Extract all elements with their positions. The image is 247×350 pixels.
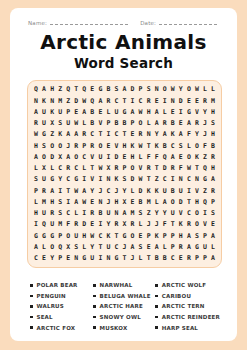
grid-cell-r9c13[interactable]: D bbox=[129, 174, 137, 185]
grid-cell-r13c13[interactable]: R bbox=[129, 219, 137, 230]
grid-cell-r2c15[interactable]: R bbox=[145, 95, 153, 106]
grid-cell-r10c9[interactable]: J bbox=[96, 185, 104, 196]
grid-cell-r15c15[interactable]: E bbox=[145, 242, 153, 253]
grid-cell-r15c20[interactable]: A bbox=[185, 242, 193, 253]
grid-cell-r3c19[interactable]: I bbox=[177, 107, 185, 118]
grid-cell-r2c8[interactable]: Q bbox=[88, 95, 96, 106]
grid-cell-r4c21[interactable]: R bbox=[193, 118, 201, 129]
grid-cell-r14c20[interactable]: A bbox=[185, 230, 193, 241]
grid-cell-r6c3[interactable]: O bbox=[48, 140, 56, 151]
grid-cell-r1c20[interactable]: O bbox=[185, 84, 193, 95]
grid-cell-r7c5[interactable]: A bbox=[64, 152, 72, 163]
grid-cell-r4c17[interactable]: R bbox=[161, 118, 169, 129]
grid-cell-r7c18[interactable]: A bbox=[169, 152, 177, 163]
grid-cell-r16c14[interactable]: L bbox=[137, 253, 145, 264]
grid-cell-r3c21[interactable]: V bbox=[193, 107, 201, 118]
grid-cell-r9c20[interactable]: C bbox=[185, 174, 193, 185]
grid-cell-r4c18[interactable]: B bbox=[169, 118, 177, 129]
grid-cell-r9c17[interactable]: C bbox=[161, 174, 169, 185]
grid-cell-r5c21[interactable]: Y bbox=[193, 129, 201, 140]
grid-cell-r3c3[interactable]: K bbox=[48, 107, 56, 118]
grid-cell-r2c11[interactable]: C bbox=[112, 95, 120, 106]
grid-cell-r10c2[interactable]: R bbox=[40, 185, 48, 196]
grid-cell-r10c13[interactable]: L bbox=[129, 185, 137, 196]
grid-cell-r12c7[interactable]: I bbox=[80, 208, 88, 219]
grid-cell-r15c10[interactable]: U bbox=[104, 242, 112, 253]
grid-cell-r7c6[interactable]: O bbox=[72, 152, 80, 163]
grid-cell-r11c17[interactable]: A bbox=[161, 197, 169, 208]
grid-cell-r15c17[interactable]: L bbox=[161, 242, 169, 253]
grid-cell-r6c18[interactable]: C bbox=[169, 140, 177, 151]
grid-cell-r6c11[interactable]: V bbox=[112, 140, 120, 151]
grid-cell-r5c4[interactable]: K bbox=[56, 129, 64, 140]
grid-cell-r12c11[interactable]: N bbox=[112, 208, 120, 219]
grid-cell-r15c3[interactable]: O bbox=[48, 242, 56, 253]
grid-cell-r15c9[interactable]: T bbox=[96, 242, 104, 253]
grid-cell-r7c13[interactable]: H bbox=[129, 152, 137, 163]
grid-cell-r7c1[interactable]: A bbox=[32, 152, 40, 163]
grid-cell-r5c8[interactable]: C bbox=[88, 129, 96, 140]
grid-cell-r6c13[interactable]: K bbox=[129, 140, 137, 151]
grid-cell-r10c7[interactable]: A bbox=[80, 185, 88, 196]
grid-cell-r16c4[interactable]: P bbox=[56, 253, 64, 264]
grid-cell-r14c5[interactable]: O bbox=[64, 230, 72, 241]
grid-cell-r3c7[interactable]: A bbox=[80, 107, 88, 118]
grid-cell-r11c8[interactable]: E bbox=[88, 197, 96, 208]
grid-cell-r4c1[interactable]: R bbox=[32, 118, 40, 129]
grid-cell-r9c1[interactable]: S bbox=[32, 174, 40, 185]
grid-cell-r5c17[interactable]: A bbox=[161, 129, 169, 140]
grid-cell-r6c7[interactable]: P bbox=[80, 140, 88, 151]
grid-cell-r12c9[interactable]: B bbox=[96, 208, 104, 219]
grid-cell-r1c9[interactable]: G bbox=[96, 84, 104, 95]
grid-cell-r5c16[interactable]: Y bbox=[153, 129, 161, 140]
grid-cell-r3c23[interactable]: H bbox=[209, 107, 217, 118]
grid-cell-r5c19[interactable]: A bbox=[177, 129, 185, 140]
grid-cell-r11c18[interactable]: O bbox=[169, 197, 177, 208]
grid-cell-r14c9[interactable]: C bbox=[96, 230, 104, 241]
grid-cell-r1c8[interactable]: E bbox=[88, 84, 96, 95]
grid-cell-r10c5[interactable]: T bbox=[64, 185, 72, 196]
grid-cell-r6c4[interactable]: O bbox=[56, 140, 64, 151]
grid-cell-r15c8[interactable]: Y bbox=[88, 242, 96, 253]
grid-cell-r16c18[interactable]: C bbox=[169, 253, 177, 264]
grid-cell-r2c16[interactable]: E bbox=[153, 95, 161, 106]
grid-cell-r10c18[interactable]: B bbox=[169, 185, 177, 196]
grid-cell-r6c14[interactable]: W bbox=[137, 140, 145, 151]
grid-cell-r11c15[interactable]: M bbox=[145, 197, 153, 208]
grid-cell-r13c10[interactable]: Y bbox=[104, 219, 112, 230]
grid-cell-r13c9[interactable]: I bbox=[96, 219, 104, 230]
grid-cell-r14c12[interactable]: G bbox=[120, 230, 128, 241]
grid-cell-r1c19[interactable]: Y bbox=[177, 84, 185, 95]
grid-cell-r5c1[interactable]: W bbox=[32, 129, 40, 140]
grid-cell-r2c22[interactable]: R bbox=[201, 95, 209, 106]
grid-cell-r12c2[interactable]: U bbox=[40, 208, 48, 219]
grid-cell-r12c23[interactable]: S bbox=[209, 208, 217, 219]
grid-cell-r9c9[interactable]: I bbox=[96, 174, 104, 185]
grid-cell-r8c20[interactable]: W bbox=[185, 163, 193, 174]
grid-cell-r1c5[interactable]: Q bbox=[64, 84, 72, 95]
grid-cell-r16c2[interactable]: E bbox=[40, 253, 48, 264]
grid-cell-r10c17[interactable]: U bbox=[161, 185, 169, 196]
grid-cell-r14c19[interactable]: H bbox=[177, 230, 185, 241]
grid-cell-r13c18[interactable]: T bbox=[169, 219, 177, 230]
grid-cell-r13c5[interactable]: F bbox=[64, 219, 72, 230]
grid-cell-r14c10[interactable]: K bbox=[104, 230, 112, 241]
grid-cell-r2c4[interactable]: M bbox=[56, 95, 64, 106]
grid-cell-r4c20[interactable]: A bbox=[185, 118, 193, 129]
grid-cell-r3c4[interactable]: U bbox=[56, 107, 64, 118]
grid-cell-r10c20[interactable]: I bbox=[185, 185, 193, 196]
grid-cell-r3c5[interactable]: P bbox=[64, 107, 72, 118]
grid-cell-r8c4[interactable]: C bbox=[56, 163, 64, 174]
grid-cell-r13c14[interactable]: L bbox=[137, 219, 145, 230]
grid-cell-r16c3[interactable]: Y bbox=[48, 253, 56, 264]
grid-cell-r16c22[interactable]: P bbox=[201, 253, 209, 264]
grid-cell-r14c22[interactable]: P bbox=[201, 230, 209, 241]
grid-cell-r10c6[interactable]: W bbox=[72, 185, 80, 196]
grid-cell-r9c5[interactable]: C bbox=[64, 174, 72, 185]
grid-cell-r12c4[interactable]: S bbox=[56, 208, 64, 219]
grid-cell-r15c13[interactable]: A bbox=[129, 242, 137, 253]
grid-cell-r14c18[interactable]: P bbox=[169, 230, 177, 241]
grid-cell-r6c22[interactable]: F bbox=[201, 140, 209, 151]
grid-cell-r15c1[interactable]: A bbox=[32, 242, 40, 253]
grid-cell-r4c19[interactable]: E bbox=[177, 118, 185, 129]
grid-cell-r16c5[interactable]: E bbox=[64, 253, 72, 264]
grid-cell-r5c11[interactable]: C bbox=[112, 129, 120, 140]
grid-cell-r16c21[interactable]: P bbox=[193, 253, 201, 264]
grid-cell-r14c7[interactable]: H bbox=[80, 230, 88, 241]
grid-cell-r10c19[interactable]: U bbox=[177, 185, 185, 196]
grid-cell-r16c11[interactable]: G bbox=[112, 253, 120, 264]
grid-cell-r15c4[interactable]: Q bbox=[56, 242, 64, 253]
grid-cell-r6c5[interactable]: J bbox=[64, 140, 72, 151]
grid-cell-r3c12[interactable]: G bbox=[120, 107, 128, 118]
grid-cell-r5c10[interactable]: I bbox=[104, 129, 112, 140]
grid-cell-r4c11[interactable]: B bbox=[112, 118, 120, 129]
grid-cell-r10c12[interactable]: Y bbox=[120, 185, 128, 196]
grid-cell-r3c16[interactable]: A bbox=[153, 107, 161, 118]
grid-cell-r4c23[interactable]: S bbox=[209, 118, 217, 129]
grid-cell-r12c10[interactable]: U bbox=[104, 208, 112, 219]
grid-cell-r4c4[interactable]: S bbox=[56, 118, 64, 129]
grid-cell-r13c3[interactable]: U bbox=[48, 219, 56, 230]
grid-cell-r10c21[interactable]: V bbox=[193, 185, 201, 196]
grid-cell-r5c5[interactable]: A bbox=[64, 129, 72, 140]
grid-cell-r1c6[interactable]: T bbox=[72, 84, 80, 95]
grid-cell-r9c22[interactable]: G bbox=[201, 174, 209, 185]
grid-cell-r14c3[interactable]: G bbox=[48, 230, 56, 241]
grid-cell-r10c3[interactable]: A bbox=[48, 185, 56, 196]
grid-cell-r8c19[interactable]: F bbox=[177, 163, 185, 174]
grid-cell-r6c21[interactable]: O bbox=[193, 140, 201, 151]
grid-cell-r8c5[interactable]: R bbox=[64, 163, 72, 174]
grid-cell-r14c6[interactable]: U bbox=[72, 230, 80, 241]
grid-cell-r8c8[interactable]: T bbox=[88, 163, 96, 174]
grid-cell-r16c6[interactable]: N bbox=[72, 253, 80, 264]
grid-cell-r3c6[interactable]: E bbox=[72, 107, 80, 118]
grid-cell-r7c15[interactable]: F bbox=[145, 152, 153, 163]
grid-cell-r2c9[interactable]: A bbox=[96, 95, 104, 106]
grid-cell-r16c10[interactable]: N bbox=[104, 253, 112, 264]
grid-cell-r2c17[interactable]: I bbox=[161, 95, 169, 106]
grid-cell-r12c14[interactable]: S bbox=[137, 208, 145, 219]
grid-cell-r14c8[interactable]: W bbox=[88, 230, 96, 241]
grid-cell-r6c19[interactable]: S bbox=[177, 140, 185, 151]
grid-cell-r10c14[interactable]: D bbox=[137, 185, 145, 196]
grid-cell-r4c15[interactable]: L bbox=[145, 118, 153, 129]
grid-cell-r15c7[interactable]: L bbox=[80, 242, 88, 253]
grid-cell-r7c11[interactable]: D bbox=[112, 152, 120, 163]
grid-cell-r2c14[interactable]: C bbox=[137, 95, 145, 106]
grid-cell-r7c20[interactable]: O bbox=[185, 152, 193, 163]
grid-cell-r14c13[interactable]: O bbox=[129, 230, 137, 241]
grid-cell-r12c15[interactable]: Z bbox=[145, 208, 153, 219]
grid-cell-r5c6[interactable]: A bbox=[72, 129, 80, 140]
grid-cell-r12c1[interactable]: H bbox=[32, 208, 40, 219]
grid-cell-r4c10[interactable]: P bbox=[104, 118, 112, 129]
grid-cell-r7c14[interactable]: L bbox=[137, 152, 145, 163]
grid-cell-r16c9[interactable]: I bbox=[96, 253, 104, 264]
grid-cell-r13c8[interactable]: E bbox=[88, 219, 96, 230]
grid-cell-r13c22[interactable]: V bbox=[201, 219, 209, 230]
grid-cell-r16c17[interactable]: B bbox=[161, 253, 169, 264]
grid-cell-r7c9[interactable]: U bbox=[96, 152, 104, 163]
grid-cell-r7c10[interactable]: I bbox=[104, 152, 112, 163]
grid-cell-r5c23[interactable]: H bbox=[209, 129, 217, 140]
grid-cell-r2c10[interactable]: R bbox=[104, 95, 112, 106]
grid-cell-r9c19[interactable]: N bbox=[177, 174, 185, 185]
grid-cell-r2c19[interactable]: D bbox=[177, 95, 185, 106]
grid-cell-r3c10[interactable]: L bbox=[104, 107, 112, 118]
grid-cell-r2c18[interactable]: N bbox=[169, 95, 177, 106]
grid-cell-r10c16[interactable]: K bbox=[153, 185, 161, 196]
grid-cell-r6c2[interactable]: S bbox=[40, 140, 48, 151]
grid-cell-r13c23[interactable]: E bbox=[209, 219, 217, 230]
grid-cell-r5c15[interactable]: N bbox=[145, 129, 153, 140]
grid-cell-r1c10[interactable]: B bbox=[104, 84, 112, 95]
grid-cell-r13c6[interactable]: R bbox=[72, 219, 80, 230]
grid-cell-r13c19[interactable]: K bbox=[177, 219, 185, 230]
grid-cell-r12c6[interactable]: L bbox=[72, 208, 80, 219]
grid-cell-r6c15[interactable]: T bbox=[145, 140, 153, 151]
grid-cell-r5c12[interactable]: T bbox=[120, 129, 128, 140]
grid-cell-r1c23[interactable]: L bbox=[209, 84, 217, 95]
grid-cell-r13c16[interactable]: J bbox=[153, 219, 161, 230]
grid-cell-r15c18[interactable]: P bbox=[169, 242, 177, 253]
grid-cell-r2c5[interactable]: Z bbox=[64, 95, 72, 106]
grid-cell-r8c3[interactable]: L bbox=[48, 163, 56, 174]
grid-cell-r3c8[interactable]: B bbox=[88, 107, 96, 118]
grid-cell-r10c8[interactable]: Y bbox=[88, 185, 96, 196]
grid-cell-r14c17[interactable]: P bbox=[161, 230, 169, 241]
grid-cell-r2c1[interactable]: N bbox=[32, 95, 40, 106]
grid-cell-r3c1[interactable]: A bbox=[32, 107, 40, 118]
grid-cell-r1c7[interactable]: Q bbox=[80, 84, 88, 95]
grid-cell-r16c8[interactable]: U bbox=[88, 253, 96, 264]
grid-cell-r11c20[interactable]: T bbox=[185, 197, 193, 208]
grid-cell-r5c14[interactable]: R bbox=[137, 129, 145, 140]
grid-cell-r5c9[interactable]: T bbox=[96, 129, 104, 140]
grid-cell-r2c6[interactable]: D bbox=[72, 95, 80, 106]
grid-cell-r13c15[interactable]: J bbox=[145, 219, 153, 230]
grid-cell-r14c14[interactable]: E bbox=[137, 230, 145, 241]
grid-cell-r5c13[interactable]: E bbox=[129, 129, 137, 140]
grid-cell-r4c7[interactable]: L bbox=[80, 118, 88, 129]
grid-cell-r8c18[interactable]: R bbox=[169, 163, 177, 174]
grid-cell-r9c12[interactable]: S bbox=[120, 174, 128, 185]
grid-cell-r12c13[interactable]: M bbox=[129, 208, 137, 219]
grid-cell-r12c16[interactable]: Y bbox=[153, 208, 161, 219]
grid-cell-r9c11[interactable]: K bbox=[112, 174, 120, 185]
grid-cell-r6c17[interactable]: B bbox=[161, 140, 169, 151]
grid-cell-r13c1[interactable]: I bbox=[32, 219, 40, 230]
grid-cell-r8c23[interactable]: H bbox=[209, 163, 217, 174]
grid-cell-r7c2[interactable]: O bbox=[40, 152, 48, 163]
grid-cell-r8c6[interactable]: C bbox=[72, 163, 80, 174]
grid-cell-r1c3[interactable]: H bbox=[48, 84, 56, 95]
grid-cell-r9c21[interactable]: N bbox=[193, 174, 201, 185]
grid-cell-r2c20[interactable]: E bbox=[185, 95, 193, 106]
grid-cell-r9c23[interactable]: A bbox=[209, 174, 217, 185]
grid-cell-r5c18[interactable]: K bbox=[169, 129, 177, 140]
grid-cell-r3c15[interactable]: H bbox=[145, 107, 153, 118]
grid-cell-r16c1[interactable]: C bbox=[32, 253, 40, 264]
grid-cell-r16c13[interactable]: J bbox=[129, 253, 137, 264]
grid-cell-r3c2[interactable]: U bbox=[40, 107, 48, 118]
grid-cell-r8c16[interactable]: T bbox=[153, 163, 161, 174]
grid-cell-r14c23[interactable]: A bbox=[209, 230, 217, 241]
grid-cell-r14c2[interactable]: G bbox=[40, 230, 48, 241]
grid-cell-r16c23[interactable]: A bbox=[209, 253, 217, 264]
grid-cell-r13c12[interactable]: X bbox=[120, 219, 128, 230]
grid-cell-r1c21[interactable]: W bbox=[193, 84, 201, 95]
grid-cell-r12c5[interactable]: C bbox=[64, 208, 72, 219]
grid-cell-r4c6[interactable]: W bbox=[72, 118, 80, 129]
grid-cell-r14c16[interactable]: K bbox=[153, 230, 161, 241]
grid-cell-r5c2[interactable]: G bbox=[40, 129, 48, 140]
grid-cell-r6c6[interactable]: R bbox=[72, 140, 80, 151]
grid-cell-r15c14[interactable]: S bbox=[137, 242, 145, 253]
grid-cell-r11c23[interactable]: P bbox=[209, 197, 217, 208]
grid-cell-r6c23[interactable]: B bbox=[209, 140, 217, 151]
grid-cell-r12c8[interactable]: R bbox=[88, 208, 96, 219]
grid-cell-r2c12[interactable]: T bbox=[120, 95, 128, 106]
grid-cell-r10c15[interactable]: K bbox=[145, 185, 153, 196]
grid-cell-r4c9[interactable]: V bbox=[96, 118, 104, 129]
grid-cell-r7c8[interactable]: V bbox=[88, 152, 96, 163]
grid-cell-r3c13[interactable]: A bbox=[129, 107, 137, 118]
grid-cell-r9c6[interactable]: G bbox=[72, 174, 80, 185]
grid-cell-r6c9[interactable]: O bbox=[96, 140, 104, 151]
grid-cell-r1c11[interactable]: S bbox=[112, 84, 120, 95]
grid-cell-r2c23[interactable]: M bbox=[209, 95, 217, 106]
grid-cell-r8c7[interactable]: L bbox=[80, 163, 88, 174]
grid-cell-r12c20[interactable]: C bbox=[185, 208, 193, 219]
grid-cell-r3c9[interactable]: E bbox=[96, 107, 104, 118]
grid-cell-r7c16[interactable]: F bbox=[153, 152, 161, 163]
grid-cell-r7c7[interactable]: C bbox=[80, 152, 88, 163]
grid-cell-r14c4[interactable]: P bbox=[56, 230, 64, 241]
grid-cell-r9c7[interactable]: I bbox=[80, 174, 88, 185]
grid-cell-r15c5[interactable]: X bbox=[64, 242, 72, 253]
grid-cell-r3c17[interactable]: L bbox=[161, 107, 169, 118]
grid-cell-r2c2[interactable]: K bbox=[40, 95, 48, 106]
grid-cell-r11c22[interactable]: Q bbox=[201, 197, 209, 208]
grid-cell-r2c7[interactable]: W bbox=[80, 95, 88, 106]
grid-cell-r15c19[interactable]: R bbox=[177, 242, 185, 253]
grid-cell-r6c10[interactable]: E bbox=[104, 140, 112, 151]
grid-cell-r11c10[interactable]: J bbox=[104, 197, 112, 208]
grid-cell-r4c13[interactable]: P bbox=[129, 118, 137, 129]
grid-cell-r7c22[interactable]: Z bbox=[201, 152, 209, 163]
grid-cell-r15c23[interactable]: L bbox=[209, 242, 217, 253]
grid-cell-r10c23[interactable]: R bbox=[209, 185, 217, 196]
grid-cell-r7c17[interactable]: Q bbox=[161, 152, 169, 163]
grid-cell-r11c19[interactable]: D bbox=[177, 197, 185, 208]
grid-cell-r3c18[interactable]: E bbox=[169, 107, 177, 118]
grid-cell-r11c21[interactable]: H bbox=[193, 197, 201, 208]
grid-cell-r9c15[interactable]: T bbox=[145, 174, 153, 185]
grid-cell-r11c5[interactable]: I bbox=[64, 197, 72, 208]
grid-cell-r11c4[interactable]: S bbox=[56, 197, 64, 208]
grid-cell-r1c18[interactable]: W bbox=[169, 84, 177, 95]
grid-cell-r11c9[interactable]: N bbox=[96, 197, 104, 208]
grid-cell-r8c22[interactable]: Q bbox=[201, 163, 209, 174]
grid-cell-r8c11[interactable]: R bbox=[112, 163, 120, 174]
grid-cell-r5c20[interactable]: F bbox=[185, 129, 193, 140]
grid-cell-r12c19[interactable]: V bbox=[177, 208, 185, 219]
grid-cell-r12c17[interactable]: Y bbox=[161, 208, 169, 219]
grid-cell-r16c20[interactable]: R bbox=[185, 253, 193, 264]
grid-cell-r9c8[interactable]: V bbox=[88, 174, 96, 185]
grid-cell-r1c12[interactable]: A bbox=[120, 84, 128, 95]
grid-cell-r6c12[interactable]: H bbox=[120, 140, 128, 151]
grid-cell-r1c22[interactable]: L bbox=[201, 84, 209, 95]
grid-cell-r8c21[interactable]: T bbox=[193, 163, 201, 174]
grid-cell-r13c17[interactable]: F bbox=[161, 219, 169, 230]
grid-cell-r4c12[interactable]: B bbox=[120, 118, 128, 129]
grid-cell-r12c21[interactable]: O bbox=[193, 208, 201, 219]
grid-cell-r4c14[interactable]: O bbox=[137, 118, 145, 129]
grid-cell-r15c11[interactable]: C bbox=[112, 242, 120, 253]
grid-cell-r14c11[interactable]: T bbox=[112, 230, 120, 241]
grid-cell-r11c1[interactable]: L bbox=[32, 197, 40, 208]
grid-cell-r16c15[interactable]: T bbox=[145, 253, 153, 264]
grid-cell-r13c4[interactable]: M bbox=[56, 219, 64, 230]
grid-cell-r7c19[interactable]: E bbox=[177, 152, 185, 163]
grid-cell-r10c11[interactable]: J bbox=[112, 185, 120, 196]
grid-cell-r11c3[interactable]: H bbox=[48, 197, 56, 208]
grid-cell-r1c16[interactable]: N bbox=[153, 84, 161, 95]
grid-cell-r8c2[interactable]: X bbox=[40, 163, 48, 174]
grid-cell-r7c23[interactable]: R bbox=[209, 152, 217, 163]
grid-cell-r11c2[interactable]: M bbox=[40, 197, 48, 208]
grid-cell-r11c7[interactable]: W bbox=[80, 197, 88, 208]
grid-cell-r4c3[interactable]: X bbox=[48, 118, 56, 129]
grid-cell-r15c2[interactable]: L bbox=[40, 242, 48, 253]
grid-cell-r11c13[interactable]: E bbox=[129, 197, 137, 208]
grid-cell-r7c4[interactable]: X bbox=[56, 152, 64, 163]
grid-cell-r5c3[interactable]: Z bbox=[48, 129, 56, 140]
grid-cell-r5c7[interactable]: R bbox=[80, 129, 88, 140]
grid-cell-r15c21[interactable]: G bbox=[193, 242, 201, 253]
grid-cell-r13c2[interactable]: Q bbox=[40, 219, 48, 230]
grid-cell-r4c16[interactable]: A bbox=[153, 118, 161, 129]
grid-cell-r16c7[interactable]: G bbox=[80, 253, 88, 264]
